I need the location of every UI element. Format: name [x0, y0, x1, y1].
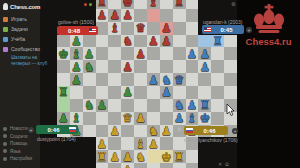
- sidebar-club-link[interactable]: Шахматы на четверых — клуб: [0, 52, 40, 66]
- board-square[interactable]: ♟: [96, 137, 109, 150]
- board-square[interactable]: [224, 60, 237, 73]
- board-square[interactable]: ♞: [83, 60, 96, 73]
- board-cut-corner: [57, 0, 70, 9]
- board-square[interactable]: ♜: [198, 99, 211, 112]
- board-square[interactable]: ♟: [160, 35, 173, 48]
- board-cut-corner: [83, 163, 96, 168]
- notification-dot-green[interactable]: [89, 3, 92, 6]
- clock-yellow-time: 0:46: [193, 128, 226, 134]
- chess-piece-yellow-r[interactable]: ♜: [97, 151, 108, 163]
- board-square[interactable]: ♞: [121, 35, 134, 48]
- board-square[interactable]: ♟: [108, 125, 121, 138]
- board-square[interactable]: [147, 112, 160, 125]
- board-square[interactable]: [160, 47, 173, 60]
- chess-piece-red-p[interactable]: ♟: [122, 61, 133, 73]
- chess-piece-red-r[interactable]: ♜: [174, 0, 185, 8]
- board-square[interactable]: [134, 73, 147, 86]
- chess-piece-blue-k[interactable]: ♚: [199, 112, 210, 124]
- board-cut-corner: [83, 150, 96, 163]
- board-square[interactable]: ♞: [173, 99, 186, 112]
- chess-piece-blue-b[interactable]: ♝: [187, 112, 198, 124]
- board-square[interactable]: [147, 9, 160, 22]
- sidebar-footer-label: Новости: [10, 126, 27, 131]
- footer-icon: [3, 149, 7, 153]
- board-square[interactable]: ♟: [121, 150, 134, 163]
- site-title: Chess4.ru: [237, 36, 300, 47]
- board-square[interactable]: [211, 73, 224, 86]
- board-square[interactable]: ♟: [108, 150, 121, 163]
- board-square[interactable]: ♜: [57, 86, 70, 99]
- board-square[interactable]: [134, 86, 147, 99]
- board-square[interactable]: [96, 125, 109, 138]
- notification-dot-red[interactable]: [84, 3, 87, 6]
- board-square[interactable]: ♟: [70, 60, 83, 73]
- clock-green-time: 0:46: [38, 127, 69, 133]
- sidebar-footer-label: Помощь: [10, 141, 27, 146]
- board-square[interactable]: [96, 163, 109, 168]
- resign-flag-icon[interactable]: ⚐: [177, 127, 182, 133]
- board-square[interactable]: [57, 73, 70, 86]
- chess-piece-yellow-q[interactable]: ♛: [122, 112, 133, 124]
- board-square[interactable]: [96, 35, 109, 48]
- clock-green: 0:46: [36, 125, 78, 134]
- board-square[interactable]: [224, 86, 237, 99]
- club-link-line1: Шахматы на: [11, 55, 38, 60]
- board-square[interactable]: [83, 112, 96, 125]
- board-corner-controls: ✕ ⧉: [218, 161, 229, 168]
- chess-piece-blue-p[interactable]: ♟: [187, 48, 198, 60]
- footer-icon: [3, 142, 7, 146]
- board-square[interactable]: ♟: [121, 9, 134, 22]
- board-square[interactable]: ♟: [83, 47, 96, 60]
- board-square[interactable]: [108, 137, 121, 150]
- chess-piece-green-n[interactable]: ♞: [84, 61, 95, 73]
- chess-piece-blue-p[interactable]: ♟: [148, 74, 159, 86]
- board-square[interactable]: ♟: [96, 99, 109, 112]
- chess-piece-red-b[interactable]: ♝: [148, 0, 159, 8]
- board-square[interactable]: [147, 22, 160, 35]
- chess-piece-red-p[interactable]: ♟: [122, 9, 133, 21]
- sidebar-footer-item-3[interactable]: Язык: [3, 149, 32, 154]
- chess-piece-yellow-r[interactable]: ♜: [174, 151, 185, 163]
- lessons-icon: [3, 37, 8, 42]
- player-name-yellow[interactable]: mikhailyanchikov (1706): [184, 137, 238, 143]
- chess-piece-green-p[interactable]: ♟: [122, 86, 133, 98]
- board-square[interactable]: ♟: [147, 137, 160, 150]
- board-square[interactable]: [147, 47, 160, 60]
- board-square[interactable]: [134, 0, 147, 9]
- board-cut-corner: [83, 137, 96, 150]
- board-square[interactable]: ♟: [160, 86, 173, 99]
- board-square[interactable]: ♟: [186, 99, 199, 112]
- board-square[interactable]: ♟: [70, 73, 83, 86]
- board-square[interactable]: [121, 22, 134, 35]
- give-time-button-yellow[interactable]: +: [232, 128, 238, 134]
- board-square[interactable]: [211, 99, 224, 112]
- footer-icon: [3, 134, 7, 138]
- chess-piece-blue-r[interactable]: ♜: [212, 35, 223, 47]
- board-square[interactable]: [83, 86, 96, 99]
- chess-piece-green-p[interactable]: ♟: [71, 74, 82, 86]
- board-square[interactable]: ♚: [198, 112, 211, 125]
- board-square[interactable]: [186, 9, 199, 22]
- board-square[interactable]: [108, 47, 121, 60]
- board-square[interactable]: [160, 60, 173, 73]
- board-cut-corner: [57, 163, 70, 168]
- board-square[interactable]: [160, 99, 173, 112]
- board-square[interactable]: [147, 150, 160, 163]
- sidebar-footer-item-2[interactable]: Помощь: [3, 141, 32, 146]
- board-square[interactable]: [70, 86, 83, 99]
- chess-piece-yellow-p[interactable]: ♟: [122, 151, 133, 163]
- board-square[interactable]: [108, 60, 121, 73]
- board-square[interactable]: [186, 35, 199, 48]
- board-square[interactable]: [108, 86, 121, 99]
- board-square[interactable]: [211, 47, 224, 60]
- board-square[interactable]: ♟: [70, 35, 83, 48]
- board-square[interactable]: [108, 112, 121, 125]
- board-square[interactable]: ♟: [160, 125, 173, 138]
- flag-icon-blue-player: [204, 27, 211, 32]
- footer-icon: [3, 127, 7, 131]
- board-square[interactable]: [173, 60, 186, 73]
- board-square[interactable]: [147, 99, 160, 112]
- chess-piece-red-k[interactable]: ♚: [122, 0, 133, 8]
- chess-piece-green-p[interactable]: ♟: [71, 61, 82, 73]
- board-square[interactable]: [108, 99, 121, 112]
- clock-blue-time: 0:45: [211, 27, 242, 33]
- chess-piece-red-p[interactable]: ♟: [109, 9, 120, 21]
- site-logo-panel: Chess4.ru: [237, 0, 300, 168]
- chess-piece-blue-p[interactable]: ♟: [174, 112, 185, 124]
- board-square[interactable]: ♛: [134, 22, 147, 35]
- chess-piece-blue-p[interactable]: ♟: [161, 86, 172, 98]
- board-square[interactable]: [147, 60, 160, 73]
- board-square[interactable]: [186, 73, 199, 86]
- board-square[interactable]: [134, 9, 147, 22]
- board-square[interactable]: ♟: [160, 22, 173, 35]
- board-square[interactable]: ♟: [96, 9, 109, 22]
- chess-piece-blue-r[interactable]: ♜: [199, 99, 210, 111]
- mouse-cursor: [226, 104, 235, 116]
- board-square[interactable]: ♝: [121, 163, 134, 168]
- chess-piece-green-p[interactable]: ♟: [71, 35, 82, 47]
- board-square[interactable]: ♛: [121, 112, 134, 125]
- sidebar-item-label: Задачи: [11, 26, 28, 32]
- chess-piece-yellow-n[interactable]: ♞: [135, 151, 146, 163]
- chess-piece-red-p[interactable]: ♟: [148, 35, 159, 47]
- board-square[interactable]: [173, 47, 186, 60]
- board-cut-corner: [211, 0, 224, 9]
- chess-piece-yellow-p[interactable]: ♟: [97, 138, 108, 150]
- board-square[interactable]: ♛: [173, 73, 186, 86]
- board-square[interactable]: ♟: [121, 60, 134, 73]
- community-icon: [3, 47, 8, 52]
- board-square[interactable]: [83, 73, 96, 86]
- board-square[interactable]: [224, 47, 237, 60]
- chess-piece-red-p[interactable]: ♟: [161, 22, 172, 34]
- board-cut-corner: [70, 150, 83, 163]
- board-square[interactable]: ♟: [121, 86, 134, 99]
- club-link-line2: четверых — клуб: [11, 61, 38, 66]
- board-square[interactable]: [96, 47, 109, 60]
- board-square[interactable]: [160, 0, 173, 9]
- sidebar-footer-item-4[interactable]: Настройки: [3, 156, 32, 161]
- pawn-icon: [3, 17, 8, 22]
- board-square[interactable]: [108, 73, 121, 86]
- board-square[interactable]: ♞: [134, 150, 147, 163]
- chess-piece-red-r[interactable]: ♜: [97, 0, 108, 8]
- board-cut-corner: [70, 163, 83, 168]
- board-square[interactable]: [224, 73, 237, 86]
- board-square[interactable]: [173, 35, 186, 48]
- board-square[interactable]: [198, 86, 211, 99]
- chess-piece-green-k[interactable]: ♚: [58, 48, 69, 60]
- footer-icon: [3, 157, 7, 161]
- give-time-button-green[interactable]: +: [28, 127, 34, 133]
- chess-piece-green-p[interactable]: ♟: [58, 112, 69, 124]
- chess-piece-yellow-p[interactable]: ♟: [135, 112, 146, 124]
- clock-yellow: 0:46: [184, 126, 228, 135]
- flag-icon-yellow-player: [186, 128, 193, 133]
- give-time-button-blue[interactable]: +: [246, 27, 252, 33]
- player-name-red[interactable]: golive-sh (1500): [58, 19, 94, 25]
- flag-icon-green-player: [69, 127, 76, 132]
- board-square[interactable]: [134, 125, 147, 138]
- chess-piece-yellow-k[interactable]: ♚: [161, 151, 172, 163]
- chess-piece-yellow-b[interactable]: ♝: [122, 164, 133, 168]
- chess-piece-red-b[interactable]: ♝: [109, 22, 120, 34]
- board-square[interactable]: [57, 35, 70, 48]
- sidebar-item-1[interactable]: Задачи: [3, 26, 38, 32]
- sidebar-item-label: Учёба: [11, 36, 25, 42]
- chess-piece-yellow-b[interactable]: ♝: [135, 138, 146, 150]
- board-square[interactable]: ♝: [147, 0, 160, 9]
- crown-logo-icon: [251, 4, 287, 34]
- board-square[interactable]: ♟: [134, 112, 147, 125]
- sidebar-item-2[interactable]: Учёба: [3, 36, 38, 42]
- sidebar-item-3[interactable]: Сообщество: [3, 46, 38, 52]
- board-square[interactable]: [147, 86, 160, 99]
- chess-piece-green-p[interactable]: ♟: [84, 48, 95, 60]
- board-square[interactable]: ♝: [108, 22, 121, 35]
- puzzle-icon: [3, 27, 8, 32]
- sidebar-item-label: Сообщество: [11, 46, 40, 52]
- board-square[interactable]: ♟: [147, 35, 160, 48]
- sidebar: Chess.com ИгратьЗадачиУчёбаСообщество Ша…: [0, 0, 40, 168]
- sidebar-nav: ИгратьЗадачиУчёбаСообщество: [0, 12, 40, 52]
- gear-icon[interactable]: ⚙: [231, 2, 235, 7]
- sidebar-item-label: Играть: [11, 16, 27, 22]
- board-square[interactable]: [186, 86, 199, 99]
- sidebar-footer-label: Соцсети: [10, 134, 27, 139]
- board-square[interactable]: [211, 112, 224, 125]
- board-square[interactable]: [96, 86, 109, 99]
- chess-piece-yellow-p[interactable]: ♟: [161, 125, 172, 137]
- board-square[interactable]: [108, 35, 121, 48]
- board-square[interactable]: [83, 125, 96, 138]
- chess-piece-red-p[interactable]: ♟: [161, 35, 172, 47]
- sidebar-footer-label: Настройки: [10, 156, 32, 161]
- chess-piece-green-r[interactable]: ♜: [58, 86, 69, 98]
- chess-piece-blue-p[interactable]: ♟: [187, 99, 198, 111]
- board-square[interactable]: [173, 9, 186, 22]
- board-square[interactable]: ♚: [57, 47, 70, 60]
- board-cut-corner: [198, 0, 211, 9]
- board-square[interactable]: [186, 60, 199, 73]
- clock-blue: 0:45: [202, 25, 244, 34]
- player-name-green[interactable]: dustypoint (1704): [37, 136, 76, 142]
- board-square[interactable]: [173, 86, 186, 99]
- board-square[interactable]: ♝: [70, 112, 83, 125]
- popout-icon[interactable]: ⧉: [225, 161, 229, 168]
- close-icon[interactable]: ✕: [218, 161, 222, 168]
- chess-piece-red-q[interactable]: ♛: [135, 22, 146, 34]
- board-square[interactable]: ♟: [198, 60, 211, 73]
- chess-piece-green-b[interactable]: ♝: [71, 48, 82, 60]
- board-square[interactable]: [134, 35, 147, 48]
- board-square[interactable]: [160, 163, 173, 168]
- board-square[interactable]: [70, 99, 83, 112]
- board-square[interactable]: [121, 99, 134, 112]
- chess-piece-blue-n[interactable]: ♞: [174, 99, 185, 111]
- board-square[interactable]: [211, 86, 224, 99]
- chess-piece-red-n[interactable]: ♞: [122, 35, 133, 47]
- board-cut-corner: [70, 0, 83, 9]
- board-square[interactable]: [186, 22, 199, 35]
- board-square[interactable]: ♜: [96, 150, 109, 163]
- app-window: Chess.com ИгратьЗадачиУчёбаСообщество Ша…: [0, 0, 300, 168]
- chess-piece-yellow-p[interactable]: ♟: [148, 138, 159, 150]
- sidebar-footer-item-1[interactable]: Соцсети: [3, 134, 32, 139]
- board-square[interactable]: [121, 137, 134, 150]
- board-square[interactable]: [198, 35, 211, 48]
- board-square[interactable]: ♚: [160, 150, 173, 163]
- chess-piece-green-p[interactable]: ♟: [97, 99, 108, 111]
- board-square[interactable]: [96, 112, 109, 125]
- board-square[interactable]: [134, 60, 147, 73]
- chess-piece-blue-n[interactable]: ♞: [161, 74, 172, 86]
- board-square[interactable]: [96, 73, 109, 86]
- clock-red-time: 0:48: [59, 28, 89, 34]
- board-square[interactable]: [211, 60, 224, 73]
- chess-piece-red-p[interactable]: ♟: [135, 48, 146, 60]
- flag-icon-red-player: [89, 28, 96, 33]
- board-square[interactable]: ♟: [134, 47, 147, 60]
- board-square[interactable]: [134, 163, 147, 168]
- chess-piece-blue-p[interactable]: ♟: [199, 61, 210, 73]
- board-square[interactable]: [83, 35, 96, 48]
- chess-piece-yellow-p[interactable]: ♟: [109, 125, 120, 137]
- board-square[interactable]: ♝: [186, 112, 199, 125]
- board-square[interactable]: [160, 137, 173, 150]
- board-square[interactable]: ♝: [134, 137, 147, 150]
- board-square[interactable]: [121, 47, 134, 60]
- board-square[interactable]: [57, 99, 70, 112]
- chess-piece-green-b[interactable]: ♝: [71, 112, 82, 124]
- clock-red: 0:48: [57, 26, 98, 35]
- board-square[interactable]: [173, 22, 186, 35]
- sidebar-item-0[interactable]: Играть: [3, 16, 38, 22]
- board-square[interactable]: [186, 0, 199, 9]
- chess-piece-red-p[interactable]: ♟: [97, 9, 108, 21]
- chess-piece-blue-q[interactable]: ♛: [174, 74, 185, 86]
- board-square[interactable]: ♞: [160, 73, 173, 86]
- chess-piece-yellow-n[interactable]: ♞: [148, 125, 159, 137]
- board-square[interactable]: [198, 73, 211, 86]
- board-square[interactable]: [96, 60, 109, 73]
- board-square[interactable]: [121, 125, 134, 138]
- board-square[interactable]: ♞: [147, 125, 160, 138]
- chess-piece-yellow-p[interactable]: ♟: [109, 151, 120, 163]
- sidebar-footer-label: Язык: [10, 149, 21, 154]
- board-square[interactable]: [121, 73, 134, 86]
- board-cut-corner: [198, 163, 211, 168]
- board-square[interactable]: [108, 163, 121, 168]
- chesscom-logo[interactable]: Chess.com: [0, 0, 40, 12]
- board-square[interactable]: ♟: [108, 9, 121, 22]
- logo-text: Chess.com: [10, 4, 40, 10]
- board-square[interactable]: ♜: [173, 150, 186, 163]
- board-square[interactable]: [186, 150, 199, 163]
- board-square[interactable]: [186, 163, 199, 168]
- board-square[interactable]: ♟: [57, 112, 70, 125]
- board-square[interactable]: [160, 112, 173, 125]
- board-cut-corner: [57, 150, 70, 163]
- chess-piece-blue-p[interactable]: ♟: [199, 48, 210, 60]
- board-square[interactable]: ♟: [198, 47, 211, 60]
- board-square[interactable]: ♟: [186, 47, 199, 60]
- board-square[interactable]: ♝: [70, 47, 83, 60]
- board-square[interactable]: ♜: [173, 0, 186, 9]
- pawn-logo-icon: [3, 3, 8, 10]
- board-square[interactable]: ♟: [147, 73, 160, 86]
- board-square[interactable]: [173, 163, 186, 168]
- board-square[interactable]: [57, 60, 70, 73]
- board-square[interactable]: ♞: [83, 99, 96, 112]
- board-cut-corner: [198, 150, 211, 163]
- board-square[interactable]: [147, 163, 160, 168]
- chess-piece-green-n[interactable]: ♞: [84, 99, 95, 111]
- board-square[interactable]: ♜: [211, 35, 224, 48]
- board-square[interactable]: [160, 9, 173, 22]
- board-square[interactable]: [224, 35, 237, 48]
- board-square[interactable]: ♟: [173, 112, 186, 125]
- board-square[interactable]: [134, 99, 147, 112]
